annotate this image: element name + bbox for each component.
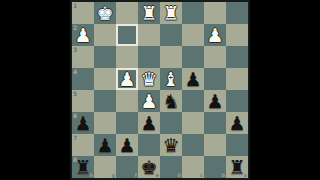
square-f1[interactable] — [116, 2, 138, 24]
file-label-g: g — [111, 172, 115, 178]
square-b2[interactable]: ♟ — [204, 24, 226, 46]
square-d1[interactable]: ♜ — [160, 2, 182, 24]
square-c5[interactable] — [182, 90, 204, 112]
white-king-piece[interactable]: ♚ — [96, 2, 113, 24]
square-e4[interactable]: ♛ — [138, 68, 160, 90]
square-h6[interactable]: 6♟ — [72, 112, 94, 134]
square-f8[interactable]: f — [116, 156, 138, 178]
square-f6[interactable] — [116, 112, 138, 134]
white-rook-piece[interactable]: ♜ — [162, 2, 179, 24]
white-pawn-piece[interactable]: ♟ — [206, 24, 223, 46]
square-a4[interactable] — [226, 68, 248, 90]
square-a2[interactable] — [226, 24, 248, 46]
square-d7[interactable]: ♛ — [160, 134, 182, 156]
square-d2[interactable] — [160, 24, 182, 46]
square-a8[interactable]: a♜ — [226, 156, 248, 178]
square-g8[interactable]: g — [94, 156, 116, 178]
square-e1[interactable]: ♜ — [138, 2, 160, 24]
square-b4[interactable] — [204, 68, 226, 90]
square-b3[interactable] — [204, 46, 226, 68]
square-f3[interactable] — [116, 46, 138, 68]
white-queen-piece[interactable]: ♛ — [140, 68, 157, 90]
black-knight-piece[interactable]: ♞ — [162, 90, 179, 112]
rank-label-1: 1 — [73, 2, 77, 9]
square-e7[interactable] — [138, 134, 160, 156]
rank-label-4: 4 — [73, 68, 77, 75]
file-label-f: f — [135, 172, 137, 178]
square-c8[interactable]: c — [182, 156, 204, 178]
black-pawn-piece[interactable]: ♟ — [140, 112, 157, 134]
white-pawn-piece[interactable]: ♟ — [118, 68, 135, 90]
square-b7[interactable] — [204, 134, 226, 156]
white-pawn-piece[interactable]: ♟ — [74, 24, 91, 46]
square-c2[interactable] — [182, 24, 204, 46]
square-b5[interactable]: ♟ — [204, 90, 226, 112]
file-label-c: c — [200, 172, 203, 178]
black-pawn-piece[interactable]: ♟ — [74, 112, 91, 134]
square-f7[interactable]: ♟ — [116, 134, 138, 156]
square-b1[interactable] — [204, 2, 226, 24]
square-g7[interactable]: ♟ — [94, 134, 116, 156]
black-pawn-piece[interactable]: ♟ — [206, 90, 223, 112]
square-c4[interactable]: ♟ — [182, 68, 204, 90]
square-f2[interactable] — [116, 24, 138, 46]
black-rook-piece[interactable]: ♜ — [74, 156, 91, 178]
square-g1[interactable]: ♚ — [94, 2, 116, 24]
square-c3[interactable] — [182, 46, 204, 68]
black-rook-piece[interactable]: ♜ — [228, 156, 245, 178]
square-g2[interactable] — [94, 24, 116, 46]
black-queen-piece[interactable]: ♛ — [162, 134, 179, 156]
white-rook-piece[interactable]: ♜ — [140, 2, 157, 24]
letterbox-left — [0, 0, 70, 180]
square-b6[interactable] — [204, 112, 226, 134]
square-d6[interactable] — [160, 112, 182, 134]
white-bishop-piece[interactable]: ♝ — [162, 68, 179, 90]
letterbox-right — [250, 0, 320, 180]
square-h7[interactable]: 7 — [72, 134, 94, 156]
square-h4[interactable]: 4 — [72, 68, 94, 90]
square-h5[interactable]: 5 — [72, 90, 94, 112]
square-g4[interactable] — [94, 68, 116, 90]
rank-label-5: 5 — [73, 90, 77, 97]
square-f4[interactable]: ♟ — [116, 68, 138, 90]
square-e3[interactable] — [138, 46, 160, 68]
square-a5[interactable] — [226, 90, 248, 112]
black-pawn-piece[interactable]: ♟ — [118, 134, 135, 156]
square-d4[interactable]: ♝ — [160, 68, 182, 90]
square-h3[interactable]: 3 — [72, 46, 94, 68]
square-h8[interactable]: 8h♜ — [72, 156, 94, 178]
square-e6[interactable]: ♟ — [138, 112, 160, 134]
file-label-b: b — [221, 172, 225, 178]
video-frame: 1♚♜♜2♟♟34♟♛♝♟5♟♞♟6♟♟♟7♟♟♛8h♜gfe♚dcba♜ — [0, 0, 320, 180]
square-h2[interactable]: 2♟ — [72, 24, 94, 46]
square-a7[interactable] — [226, 134, 248, 156]
square-g5[interactable] — [94, 90, 116, 112]
black-king-piece[interactable]: ♚ — [140, 156, 157, 178]
file-label-d: d — [177, 172, 181, 178]
black-pawn-piece[interactable]: ♟ — [96, 134, 113, 156]
black-pawn-piece[interactable]: ♟ — [184, 68, 201, 90]
square-a6[interactable]: ♟ — [226, 112, 248, 134]
square-g6[interactable] — [94, 112, 116, 134]
square-c7[interactable] — [182, 134, 204, 156]
white-pawn-piece[interactable]: ♟ — [140, 90, 157, 112]
square-d3[interactable] — [160, 46, 182, 68]
rank-label-7: 7 — [73, 134, 77, 141]
square-a1[interactable] — [226, 2, 248, 24]
rank-label-3: 3 — [73, 46, 77, 53]
square-h1[interactable]: 1 — [72, 2, 94, 24]
square-c6[interactable] — [182, 112, 204, 134]
chess-board: 1♚♜♜2♟♟34♟♛♝♟5♟♞♟6♟♟♟7♟♟♛8h♜gfe♚dcba♜ — [70, 0, 250, 180]
square-e5[interactable]: ♟ — [138, 90, 160, 112]
square-e2[interactable] — [138, 24, 160, 46]
square-c1[interactable] — [182, 2, 204, 24]
square-a3[interactable] — [226, 46, 248, 68]
square-e8[interactable]: e♚ — [138, 156, 160, 178]
square-f5[interactable] — [116, 90, 138, 112]
square-g3[interactable] — [94, 46, 116, 68]
black-pawn-piece[interactable]: ♟ — [228, 112, 245, 134]
square-d5[interactable]: ♞ — [160, 90, 182, 112]
square-b8[interactable]: b — [204, 156, 226, 178]
square-d8[interactable]: d — [160, 156, 182, 178]
